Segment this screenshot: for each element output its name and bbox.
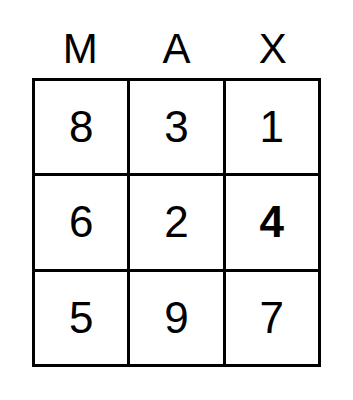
column-header-m: M <box>32 26 128 72</box>
grid-cell-r1c0[interactable]: 6 <box>35 176 127 268</box>
grid-cell-r1c2[interactable]: 4 <box>226 176 318 268</box>
column-header-x: X <box>225 26 321 72</box>
grid-cell-r2c0[interactable]: 5 <box>35 272 127 364</box>
grid-cell-r0c2[interactable]: 1 <box>226 81 318 173</box>
grid-cell-r2c2[interactable]: 7 <box>226 272 318 364</box>
grid-cell-r0c0[interactable]: 8 <box>35 81 127 173</box>
grid-cell-r0c1[interactable]: 3 <box>130 81 222 173</box>
column-headers: M A X <box>32 26 321 72</box>
grid-cell-r2c1[interactable]: 9 <box>130 272 222 364</box>
number-grid: 8 3 1 6 2 4 5 9 7 <box>32 78 321 367</box>
column-header-a: A <box>128 26 224 72</box>
grid-cell-r1c1[interactable]: 2 <box>130 176 222 268</box>
